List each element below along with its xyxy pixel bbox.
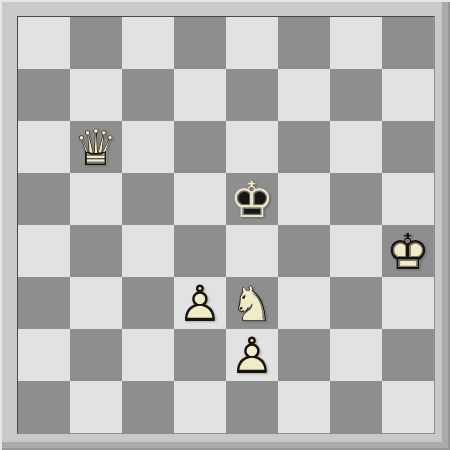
black-king-outline-glyph: ♔	[226, 173, 278, 225]
square-h7[interactable]	[382, 69, 434, 121]
square-g2[interactable]	[330, 329, 382, 381]
square-e6[interactable]	[226, 121, 278, 173]
white-king-outline-glyph: ♔	[382, 225, 434, 277]
square-c7[interactable]	[122, 69, 174, 121]
white-king[interactable]: ♚♔	[382, 225, 434, 277]
square-b8[interactable]	[70, 17, 122, 69]
square-d2[interactable]	[174, 329, 226, 381]
square-a4[interactable]	[18, 225, 70, 277]
square-e1[interactable]	[226, 381, 278, 433]
square-c6[interactable]	[122, 121, 174, 173]
square-f7[interactable]	[278, 69, 330, 121]
square-e8[interactable]	[226, 17, 278, 69]
square-h3[interactable]	[382, 277, 434, 329]
square-g8[interactable]	[330, 17, 382, 69]
square-g4[interactable]	[330, 225, 382, 277]
square-d8[interactable]	[174, 17, 226, 69]
square-a6[interactable]	[18, 121, 70, 173]
square-g3[interactable]	[330, 277, 382, 329]
square-c8[interactable]	[122, 17, 174, 69]
square-f6[interactable]	[278, 121, 330, 173]
square-b2[interactable]	[70, 329, 122, 381]
square-f8[interactable]	[278, 17, 330, 69]
square-b6[interactable]: ♛♕	[70, 121, 122, 173]
square-d3[interactable]: ♟♙	[174, 277, 226, 329]
white-pawn-outline-glyph: ♙	[226, 329, 278, 381]
white-pawn[interactable]: ♟♙	[174, 277, 226, 329]
square-f4[interactable]	[278, 225, 330, 277]
square-h6[interactable]	[382, 121, 434, 173]
square-h5[interactable]	[382, 173, 434, 225]
square-a1[interactable]	[18, 381, 70, 433]
square-a3[interactable]	[18, 277, 70, 329]
square-f3[interactable]	[278, 277, 330, 329]
square-g1[interactable]	[330, 381, 382, 433]
square-b7[interactable]	[70, 69, 122, 121]
square-a7[interactable]	[18, 69, 70, 121]
square-b5[interactable]	[70, 173, 122, 225]
white-queen[interactable]: ♛♕	[70, 121, 122, 173]
square-f1[interactable]	[278, 381, 330, 433]
square-d6[interactable]	[174, 121, 226, 173]
square-h4[interactable]: ♚♔	[382, 225, 434, 277]
white-pawn-outline-glyph: ♙	[174, 277, 226, 329]
square-a5[interactable]	[18, 173, 70, 225]
square-e4[interactable]	[226, 225, 278, 277]
square-c3[interactable]	[122, 277, 174, 329]
square-b3[interactable]	[70, 277, 122, 329]
square-c4[interactable]	[122, 225, 174, 277]
white-knight[interactable]: ♞♘	[226, 277, 278, 329]
white-knight-outline-glyph: ♘	[226, 277, 278, 329]
square-c2[interactable]	[122, 329, 174, 381]
square-e2[interactable]: ♟♙	[226, 329, 278, 381]
square-e5[interactable]: ♚♔	[226, 173, 278, 225]
square-b1[interactable]	[70, 381, 122, 433]
square-b4[interactable]	[70, 225, 122, 277]
chess-board: ♛♕♚♔♚♔♟♙♞♘♟♙	[17, 16, 435, 434]
square-d4[interactable]	[174, 225, 226, 277]
square-h2[interactable]	[382, 329, 434, 381]
square-d1[interactable]	[174, 381, 226, 433]
square-c5[interactable]	[122, 173, 174, 225]
white-queen-outline-glyph: ♕	[70, 121, 122, 173]
black-king[interactable]: ♚♔	[226, 173, 278, 225]
square-g5[interactable]	[330, 173, 382, 225]
square-c1[interactable]	[122, 381, 174, 433]
square-e7[interactable]	[226, 69, 278, 121]
square-h1[interactable]	[382, 381, 434, 433]
square-e3[interactable]: ♞♘	[226, 277, 278, 329]
board-frame: ♛♕♚♔♚♔♟♙♞♘♟♙	[0, 0, 450, 450]
white-pawn[interactable]: ♟♙	[226, 329, 278, 381]
square-g6[interactable]	[330, 121, 382, 173]
square-d5[interactable]	[174, 173, 226, 225]
square-f2[interactable]	[278, 329, 330, 381]
square-a2[interactable]	[18, 329, 70, 381]
square-f5[interactable]	[278, 173, 330, 225]
square-h8[interactable]	[382, 17, 434, 69]
square-a8[interactable]	[18, 17, 70, 69]
square-g7[interactable]	[330, 69, 382, 121]
square-d7[interactable]	[174, 69, 226, 121]
